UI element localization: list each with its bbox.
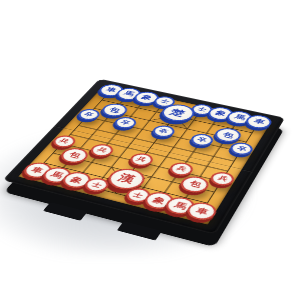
piece-blue-cannon: 包 xyxy=(212,126,245,144)
piece-red-cannon: 包 xyxy=(177,174,212,195)
piece-red-cannon: 包 xyxy=(57,146,92,165)
piece-blue-soldier: 卒 xyxy=(188,132,216,147)
piece-blue-cannon: 包 xyxy=(98,102,131,118)
piece-red-horse: 馬 xyxy=(162,195,199,217)
piece-red-elephant: 象 xyxy=(140,190,177,212)
product-photo: 車馬象士士象馬車楚包包卒卒卒卒卒兵兵兵兵兵包包漢車馬象士士象馬車 xyxy=(0,0,292,292)
piece-red-horse: 馬 xyxy=(38,165,75,185)
piece-red-elephant: 象 xyxy=(58,170,95,190)
piece-red-soldier: 兵 xyxy=(208,170,237,187)
piece-red-soldier: 兵 xyxy=(126,151,155,167)
piece-red-chariot: 車 xyxy=(19,160,56,180)
piece-red-soldier: 兵 xyxy=(49,134,78,149)
piece-red-guard: 士 xyxy=(81,176,112,194)
piece-blue-soldier: 卒 xyxy=(75,107,103,121)
piece-red-general: 漢 xyxy=(103,165,150,192)
piece-blue-soldier: 卒 xyxy=(149,124,177,139)
piece-blue-soldier: 卒 xyxy=(228,141,256,157)
piece-red-soldier: 兵 xyxy=(87,142,116,158)
piece-red-soldier: 兵 xyxy=(167,161,196,178)
piece-blue-soldier: 卒 xyxy=(111,116,139,131)
piece-red-guard: 士 xyxy=(122,186,153,204)
piece-red-chariot: 車 xyxy=(184,200,221,222)
